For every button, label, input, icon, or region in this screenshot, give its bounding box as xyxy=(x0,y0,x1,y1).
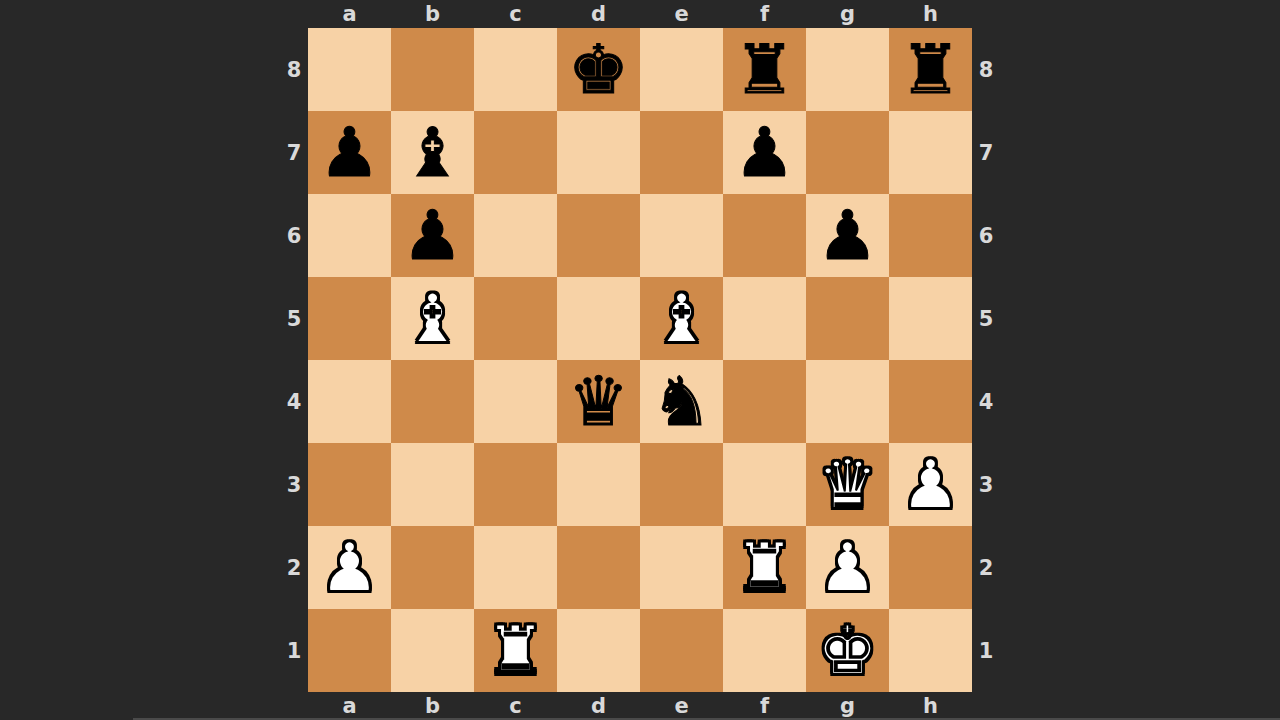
white-queen[interactable]: ♛ xyxy=(806,443,889,526)
white-rook[interactable]: ♜ xyxy=(723,526,806,609)
square-a6[interactable] xyxy=(308,194,391,277)
square-f5[interactable] xyxy=(723,277,806,360)
square-a5[interactable] xyxy=(308,277,391,360)
rank-label-3: 3 xyxy=(280,443,308,526)
white-pawn[interactable]: ♟ xyxy=(308,526,391,609)
rank-label-7: 7 xyxy=(972,111,1000,194)
square-b6[interactable]: ♟ xyxy=(391,194,474,277)
square-f6[interactable] xyxy=(723,194,806,277)
square-c3[interactable] xyxy=(474,443,557,526)
square-e5[interactable]: ♝ xyxy=(640,277,723,360)
square-d1[interactable] xyxy=(557,609,640,692)
black-rook[interactable]: ♜ xyxy=(723,28,806,111)
square-b1[interactable] xyxy=(391,609,474,692)
square-b2[interactable] xyxy=(391,526,474,609)
square-h5[interactable] xyxy=(889,277,972,360)
white-pawn[interactable]: ♟ xyxy=(806,526,889,609)
square-h3[interactable]: ♟ xyxy=(889,443,972,526)
rank-label-2: 2 xyxy=(972,526,1000,609)
file-label-b: b xyxy=(391,692,474,720)
square-a3[interactable] xyxy=(308,443,391,526)
rank-label-4: 4 xyxy=(280,360,308,443)
square-h8[interactable]: ♜ xyxy=(889,28,972,111)
square-e7[interactable] xyxy=(640,111,723,194)
black-knight[interactable]: ♞ xyxy=(640,360,723,443)
square-e6[interactable] xyxy=(640,194,723,277)
square-f7[interactable]: ♟ xyxy=(723,111,806,194)
file-label-d: d xyxy=(557,0,640,28)
square-b3[interactable] xyxy=(391,443,474,526)
square-d2[interactable] xyxy=(557,526,640,609)
square-h1[interactable] xyxy=(889,609,972,692)
white-pawn[interactable]: ♟ xyxy=(889,443,972,526)
black-pawn[interactable]: ♟ xyxy=(391,194,474,277)
square-c7[interactable] xyxy=(474,111,557,194)
rank-label-2: 2 xyxy=(280,526,308,609)
square-g4[interactable] xyxy=(806,360,889,443)
file-label-e: e xyxy=(640,692,723,720)
square-c4[interactable] xyxy=(474,360,557,443)
file-label-c: c xyxy=(474,692,557,720)
file-label-g: g xyxy=(806,0,889,28)
square-e4[interactable]: ♞ xyxy=(640,360,723,443)
white-bishop[interactable]: ♝ xyxy=(391,277,474,360)
file-label-h: h xyxy=(889,692,972,720)
square-b7[interactable]: ♝ xyxy=(391,111,474,194)
black-rook[interactable]: ♜ xyxy=(889,28,972,111)
chess-board: ♚♜♜♟♝♟♟♟♝♝♛♞♛♟♟♜♟♜♚ xyxy=(308,28,972,692)
square-a1[interactable] xyxy=(308,609,391,692)
rank-label-6: 6 xyxy=(972,194,1000,277)
square-c5[interactable] xyxy=(474,277,557,360)
file-labels-top: abcdefgh xyxy=(308,0,972,28)
file-labels-bottom: abcdefgh xyxy=(308,692,972,720)
rank-label-5: 5 xyxy=(972,277,1000,360)
file-label-f: f xyxy=(723,0,806,28)
rank-label-1: 1 xyxy=(972,609,1000,692)
square-g6[interactable]: ♟ xyxy=(806,194,889,277)
square-f2[interactable]: ♜ xyxy=(723,526,806,609)
square-f4[interactable] xyxy=(723,360,806,443)
white-rook[interactable]: ♜ xyxy=(474,609,557,692)
black-pawn[interactable]: ♟ xyxy=(806,194,889,277)
rank-label-7: 7 xyxy=(280,111,308,194)
square-h6[interactable] xyxy=(889,194,972,277)
square-h7[interactable] xyxy=(889,111,972,194)
square-b8[interactable] xyxy=(391,28,474,111)
app-background: abcdefgh 87654321 ♚♜♜♟♝♟♟♟♝♝♛♞♛♟♟♜♟♜♚ 87… xyxy=(0,0,1280,720)
file-label-a: a xyxy=(308,692,391,720)
square-c2[interactable] xyxy=(474,526,557,609)
white-bishop[interactable]: ♝ xyxy=(640,277,723,360)
black-bishop[interactable]: ♝ xyxy=(391,111,474,194)
square-d6[interactable] xyxy=(557,194,640,277)
file-label-d: d xyxy=(557,692,640,720)
square-e8[interactable] xyxy=(640,28,723,111)
square-f1[interactable] xyxy=(723,609,806,692)
black-queen[interactable]: ♛ xyxy=(557,360,640,443)
square-e3[interactable] xyxy=(640,443,723,526)
square-c8[interactable] xyxy=(474,28,557,111)
square-b4[interactable] xyxy=(391,360,474,443)
square-g7[interactable] xyxy=(806,111,889,194)
square-d4[interactable]: ♛ xyxy=(557,360,640,443)
rank-label-1: 1 xyxy=(280,609,308,692)
file-label-b: b xyxy=(391,0,474,28)
square-a2[interactable]: ♟ xyxy=(308,526,391,609)
square-e2[interactable] xyxy=(640,526,723,609)
square-g1[interactable]: ♚ xyxy=(806,609,889,692)
file-label-g: g xyxy=(806,692,889,720)
file-label-a: a xyxy=(308,0,391,28)
rank-label-6: 6 xyxy=(280,194,308,277)
square-b5[interactable]: ♝ xyxy=(391,277,474,360)
square-g5[interactable] xyxy=(806,277,889,360)
square-e1[interactable] xyxy=(640,609,723,692)
square-h2[interactable] xyxy=(889,526,972,609)
file-label-e: e xyxy=(640,0,723,28)
square-d8[interactable]: ♚ xyxy=(557,28,640,111)
square-g3[interactable]: ♛ xyxy=(806,443,889,526)
rank-labels-left: 87654321 xyxy=(280,28,308,692)
rank-label-8: 8 xyxy=(280,28,308,111)
white-king[interactable]: ♚ xyxy=(806,609,889,692)
square-h4[interactable] xyxy=(889,360,972,443)
black-pawn[interactable]: ♟ xyxy=(723,111,806,194)
rank-labels-right: 87654321 xyxy=(972,28,1000,692)
file-label-f: f xyxy=(723,692,806,720)
rank-label-3: 3 xyxy=(972,443,1000,526)
square-f8[interactable]: ♜ xyxy=(723,28,806,111)
rank-label-5: 5 xyxy=(280,277,308,360)
rank-label-8: 8 xyxy=(972,28,1000,111)
black-king[interactable]: ♚ xyxy=(557,28,640,111)
rank-label-4: 4 xyxy=(972,360,1000,443)
square-a7[interactable]: ♟ xyxy=(308,111,391,194)
file-label-h: h xyxy=(889,0,972,28)
square-g8[interactable] xyxy=(806,28,889,111)
square-d3[interactable] xyxy=(557,443,640,526)
square-d5[interactable] xyxy=(557,277,640,360)
file-label-c: c xyxy=(474,0,557,28)
square-f3[interactable] xyxy=(723,443,806,526)
square-a8[interactable] xyxy=(308,28,391,111)
square-c6[interactable] xyxy=(474,194,557,277)
square-a4[interactable] xyxy=(308,360,391,443)
square-c1[interactable]: ♜ xyxy=(474,609,557,692)
square-g2[interactable]: ♟ xyxy=(806,526,889,609)
square-d7[interactable] xyxy=(557,111,640,194)
black-pawn[interactable]: ♟ xyxy=(308,111,391,194)
